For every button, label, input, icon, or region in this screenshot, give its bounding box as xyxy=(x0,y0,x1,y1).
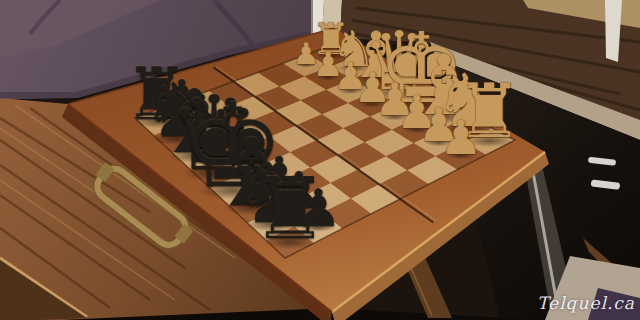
watermark: Telquel.ca xyxy=(537,293,635,313)
background-graphics xyxy=(0,0,640,320)
photo-scene: ♜♟♞♟♝♟♛♟♚♟♝♟♜♟♞♟♞♜♟♟♟♝♟♛♟♚♟♝♟♞♟♜ Telquel… xyxy=(0,0,640,320)
